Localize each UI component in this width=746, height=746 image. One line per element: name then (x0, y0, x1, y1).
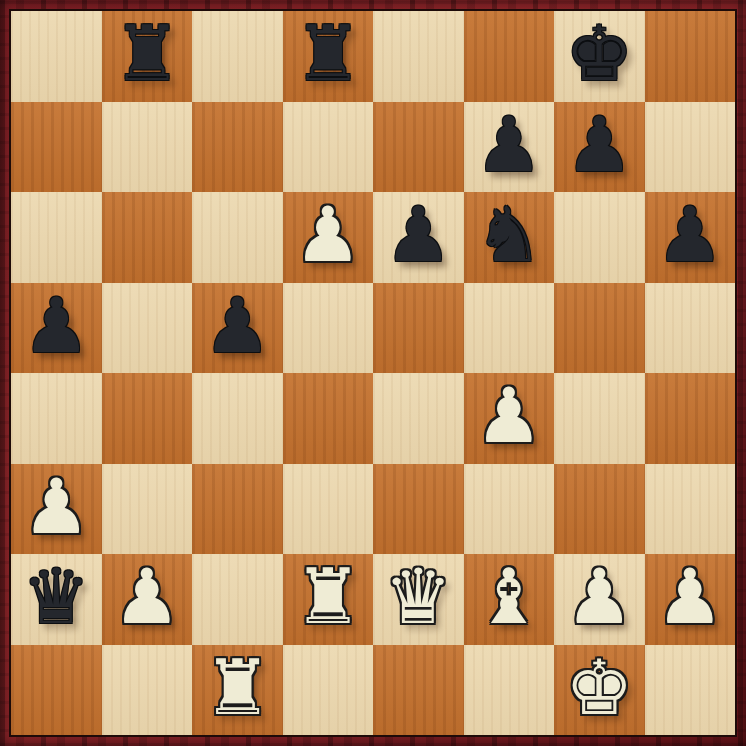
piece-white-king[interactable]: ♚ (565, 650, 633, 726)
piece-white-queen[interactable]: ♛ (384, 559, 452, 635)
piece-black-pawn[interactable]: ♟ (565, 107, 633, 183)
square-c3[interactable] (192, 464, 283, 555)
square-f1[interactable] (464, 645, 555, 736)
square-g6[interactable] (554, 192, 645, 283)
piece-black-king[interactable]: ♚ (565, 16, 633, 92)
square-a5[interactable]: ♟ (11, 283, 102, 374)
square-f2[interactable]: ♝ (464, 554, 555, 645)
piece-white-pawn[interactable]: ♟ (22, 469, 90, 545)
square-g4[interactable] (554, 373, 645, 464)
square-c2[interactable] (192, 554, 283, 645)
square-g5[interactable] (554, 283, 645, 374)
piece-white-bishop[interactable]: ♝ (475, 559, 543, 635)
square-g1[interactable]: ♚ (554, 645, 645, 736)
square-c5[interactable]: ♟ (192, 283, 283, 374)
piece-white-pawn[interactable]: ♟ (656, 559, 724, 635)
square-c1[interactable]: ♜ (192, 645, 283, 736)
square-g8[interactable]: ♚ (554, 11, 645, 102)
square-e6[interactable]: ♟ (373, 192, 464, 283)
piece-black-pawn[interactable]: ♟ (22, 288, 90, 364)
square-d5[interactable] (283, 283, 374, 374)
square-h6[interactable]: ♟ (645, 192, 736, 283)
piece-black-rook[interactable]: ♜ (294, 16, 362, 92)
square-b5[interactable] (102, 283, 193, 374)
square-a8[interactable] (11, 11, 102, 102)
square-e2[interactable]: ♛ (373, 554, 464, 645)
square-d1[interactable] (283, 645, 374, 736)
piece-black-queen[interactable]: ♛ (22, 559, 90, 635)
square-b2[interactable]: ♟ (102, 554, 193, 645)
square-a4[interactable] (11, 373, 102, 464)
square-f6[interactable]: ♞ (464, 192, 555, 283)
piece-black-pawn[interactable]: ♟ (203, 288, 271, 364)
square-c8[interactable] (192, 11, 283, 102)
square-f8[interactable] (464, 11, 555, 102)
piece-white-pawn[interactable]: ♟ (113, 559, 181, 635)
square-b3[interactable] (102, 464, 193, 555)
board-frame: ♜♜♚♟♟♟♟♞♟♟♟♟♟♛♟♜♛♝♟♟♜♚ (0, 0, 746, 746)
square-h4[interactable] (645, 373, 736, 464)
square-b8[interactable]: ♜ (102, 11, 193, 102)
piece-black-pawn[interactable]: ♟ (656, 197, 724, 273)
square-a1[interactable] (11, 645, 102, 736)
piece-white-rook[interactable]: ♜ (203, 650, 271, 726)
square-e7[interactable] (373, 102, 464, 193)
square-h7[interactable] (645, 102, 736, 193)
square-g7[interactable]: ♟ (554, 102, 645, 193)
square-b1[interactable] (102, 645, 193, 736)
square-f4[interactable]: ♟ (464, 373, 555, 464)
square-b4[interactable] (102, 373, 193, 464)
square-e3[interactable] (373, 464, 464, 555)
chess-board: ♜♜♚♟♟♟♟♞♟♟♟♟♟♛♟♜♛♝♟♟♜♚ (9, 9, 737, 737)
square-h8[interactable] (645, 11, 736, 102)
square-d4[interactable] (283, 373, 374, 464)
piece-white-rook[interactable]: ♜ (294, 559, 362, 635)
square-h1[interactable] (645, 645, 736, 736)
piece-white-pawn[interactable]: ♟ (475, 378, 543, 454)
square-h2[interactable]: ♟ (645, 554, 736, 645)
square-d6[interactable]: ♟ (283, 192, 374, 283)
square-e1[interactable] (373, 645, 464, 736)
square-d7[interactable] (283, 102, 374, 193)
square-b7[interactable] (102, 102, 193, 193)
square-e5[interactable] (373, 283, 464, 374)
square-g3[interactable] (554, 464, 645, 555)
square-b6[interactable] (102, 192, 193, 283)
square-a7[interactable] (11, 102, 102, 193)
square-f3[interactable] (464, 464, 555, 555)
square-a6[interactable] (11, 192, 102, 283)
square-d2[interactable]: ♜ (283, 554, 374, 645)
square-a3[interactable]: ♟ (11, 464, 102, 555)
piece-black-knight[interactable]: ♞ (475, 197, 543, 273)
square-g2[interactable]: ♟ (554, 554, 645, 645)
square-c6[interactable] (192, 192, 283, 283)
square-f5[interactable] (464, 283, 555, 374)
square-a2[interactable]: ♛ (11, 554, 102, 645)
piece-black-pawn[interactable]: ♟ (384, 197, 452, 273)
square-c4[interactable] (192, 373, 283, 464)
square-h5[interactable] (645, 283, 736, 374)
square-h3[interactable] (645, 464, 736, 555)
square-c7[interactable] (192, 102, 283, 193)
square-e4[interactable] (373, 373, 464, 464)
piece-white-pawn[interactable]: ♟ (294, 197, 362, 273)
piece-black-pawn[interactable]: ♟ (475, 107, 543, 183)
square-d8[interactable]: ♜ (283, 11, 374, 102)
square-f7[interactable]: ♟ (464, 102, 555, 193)
piece-white-pawn[interactable]: ♟ (565, 559, 633, 635)
square-d3[interactable] (283, 464, 374, 555)
piece-black-rook[interactable]: ♜ (113, 16, 181, 92)
square-e8[interactable] (373, 11, 464, 102)
